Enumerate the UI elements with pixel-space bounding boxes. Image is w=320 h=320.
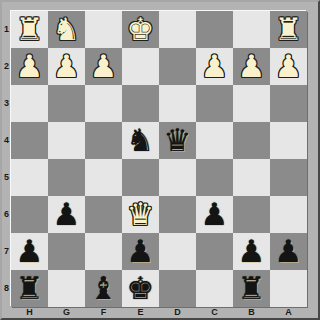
square-c7[interactable] <box>196 233 233 270</box>
black-bishop-piece: ♝ <box>90 270 118 307</box>
square-e6[interactable]: ♛ <box>122 196 159 233</box>
rank-label-6: 6 <box>2 196 11 233</box>
square-c4[interactable] <box>196 122 233 159</box>
square-g6[interactable]: ♟ <box>48 196 85 233</box>
square-c8[interactable] <box>196 270 233 307</box>
rank-label-1: 1 <box>2 11 11 48</box>
square-h8[interactable]: ♜ <box>11 270 48 307</box>
square-b2[interactable]: ♟ <box>233 48 270 85</box>
rank-label-7: 7 <box>2 233 11 270</box>
square-h7[interactable]: ♟ <box>11 233 48 270</box>
black-king-piece: ♚ <box>127 270 155 307</box>
black-pawn-piece: ♟ <box>16 233 44 270</box>
square-a1[interactable]: ♜ <box>270 11 307 48</box>
square-h5[interactable] <box>11 159 48 196</box>
black-pawn-piece: ♟ <box>201 196 229 233</box>
square-g4[interactable] <box>48 122 85 159</box>
square-b8[interactable]: ♜ <box>233 270 270 307</box>
square-d1[interactable] <box>159 11 196 48</box>
white-rook-piece: ♜ <box>16 11 44 48</box>
file-label-d: D <box>159 307 196 318</box>
white-pawn-piece: ♟ <box>16 48 44 85</box>
file-label-h: H <box>11 307 48 318</box>
square-g3[interactable] <box>48 85 85 122</box>
square-a8[interactable] <box>270 270 307 307</box>
black-rook-piece: ♜ <box>238 270 266 307</box>
square-f1[interactable] <box>85 11 122 48</box>
square-f2[interactable]: ♟ <box>85 48 122 85</box>
square-h4[interactable] <box>11 122 48 159</box>
square-d6[interactable] <box>159 196 196 233</box>
black-pawn-piece: ♟ <box>238 233 266 270</box>
square-c2[interactable]: ♟ <box>196 48 233 85</box>
chess-board: ♜♞♚♜♟♟♟♟♟♟♞♛♟♛♟♟♟♟♟♜♝♚♜ <box>11 11 307 307</box>
white-pawn-piece: ♟ <box>275 48 303 85</box>
white-pawn-piece: ♟ <box>201 48 229 85</box>
rank-label-3: 3 <box>2 85 11 122</box>
square-b6[interactable] <box>233 196 270 233</box>
square-d2[interactable] <box>159 48 196 85</box>
square-e3[interactable] <box>122 85 159 122</box>
square-b4[interactable] <box>233 122 270 159</box>
black-pawn-piece: ♟ <box>127 233 155 270</box>
square-e7[interactable]: ♟ <box>122 233 159 270</box>
square-h6[interactable] <box>11 196 48 233</box>
square-c3[interactable] <box>196 85 233 122</box>
file-label-e: E <box>122 307 159 318</box>
file-label-g: G <box>48 307 85 318</box>
square-d8[interactable] <box>159 270 196 307</box>
file-label-a: A <box>270 307 307 318</box>
white-pawn-piece: ♟ <box>90 48 118 85</box>
square-a3[interactable] <box>270 85 307 122</box>
square-d4[interactable]: ♛ <box>159 122 196 159</box>
square-f6[interactable] <box>85 196 122 233</box>
square-e8[interactable]: ♚ <box>122 270 159 307</box>
square-f7[interactable] <box>85 233 122 270</box>
black-queen-piece: ♛ <box>164 122 192 159</box>
rank-label-5: 5 <box>2 159 11 196</box>
square-a6[interactable] <box>270 196 307 233</box>
square-e1[interactable]: ♚ <box>122 11 159 48</box>
square-g2[interactable]: ♟ <box>48 48 85 85</box>
white-rook-piece: ♜ <box>275 11 303 48</box>
square-f3[interactable] <box>85 85 122 122</box>
white-queen-piece: ♛ <box>127 196 155 233</box>
black-knight-piece: ♞ <box>127 122 155 159</box>
file-labels: HGFEDCBA <box>11 307 307 318</box>
square-d3[interactable] <box>159 85 196 122</box>
square-h1[interactable]: ♜ <box>11 11 48 48</box>
square-a4[interactable] <box>270 122 307 159</box>
rank-label-2: 2 <box>2 48 11 85</box>
square-c1[interactable] <box>196 11 233 48</box>
file-label-f: F <box>85 307 122 318</box>
square-g5[interactable] <box>48 159 85 196</box>
square-f5[interactable] <box>85 159 122 196</box>
square-e2[interactable] <box>122 48 159 85</box>
square-a7[interactable]: ♟ <box>270 233 307 270</box>
square-d7[interactable] <box>159 233 196 270</box>
white-knight-piece: ♞ <box>53 11 81 48</box>
square-f8[interactable]: ♝ <box>85 270 122 307</box>
black-pawn-piece: ♟ <box>53 196 81 233</box>
rank-label-4: 4 <box>2 122 11 159</box>
square-h2[interactable]: ♟ <box>11 48 48 85</box>
rank-label-8: 8 <box>2 270 11 307</box>
square-b5[interactable] <box>233 159 270 196</box>
white-pawn-piece: ♟ <box>238 48 266 85</box>
white-pawn-piece: ♟ <box>53 48 81 85</box>
white-king-piece: ♚ <box>127 11 155 48</box>
square-a2[interactable]: ♟ <box>270 48 307 85</box>
square-c5[interactable] <box>196 159 233 196</box>
square-g1[interactable]: ♞ <box>48 11 85 48</box>
square-a5[interactable] <box>270 159 307 196</box>
black-pawn-piece: ♟ <box>275 233 303 270</box>
chess-board-widget: 12345678 ♜♞♚♜♟♟♟♟♟♟♞♛♟♛♟♟♟♟♟♜♝♚♜ HGFEDCB… <box>0 0 320 320</box>
file-label-b: B <box>233 307 270 318</box>
square-d5[interactable] <box>159 159 196 196</box>
square-e5[interactable] <box>122 159 159 196</box>
square-b3[interactable] <box>233 85 270 122</box>
square-g8[interactable] <box>48 270 85 307</box>
square-f4[interactable] <box>85 122 122 159</box>
file-label-c: C <box>196 307 233 318</box>
black-rook-piece: ♜ <box>16 270 44 307</box>
rank-labels: 12345678 <box>2 11 11 307</box>
square-c6[interactable]: ♟ <box>196 196 233 233</box>
square-b1[interactable] <box>233 11 270 48</box>
square-h3[interactable] <box>11 85 48 122</box>
square-g7[interactable] <box>48 233 85 270</box>
square-e4[interactable]: ♞ <box>122 122 159 159</box>
square-b7[interactable]: ♟ <box>233 233 270 270</box>
